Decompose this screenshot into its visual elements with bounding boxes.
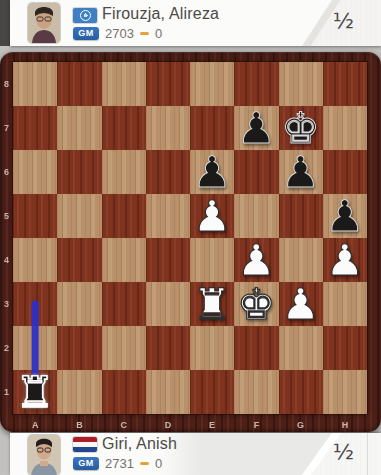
- file-label-D: D: [146, 418, 190, 432]
- rank-label-5: 5: [0, 194, 13, 238]
- piece-layer: ♜♚♟♟♟♟♚♜♟♟♟♟: [13, 62, 367, 414]
- piece-white-rook-e3[interactable]: ♜: [190, 282, 234, 326]
- player-name[interactable]: Firouzja, Alireza: [102, 5, 219, 23]
- piece-black-rook-a1[interactable]: ♜: [13, 370, 57, 414]
- file-label-H: H: [323, 418, 367, 432]
- top-player-bar[interactable]: Firouzja, Alireza GM 2703 0 ½: [10, 0, 381, 46]
- file-label-F: F: [234, 418, 278, 432]
- piece-white-pawn-g3[interactable]: ♟: [279, 282, 323, 326]
- game-score: ½: [333, 439, 354, 464]
- file-label-B: B: [57, 418, 101, 432]
- piece-white-king-f3[interactable]: ♚: [234, 282, 278, 326]
- rank-label-1: 1: [0, 370, 13, 414]
- file-label-E: E: [190, 418, 234, 432]
- file-label-A: A: [13, 418, 57, 432]
- rank-label-7: 7: [0, 106, 13, 150]
- rank-label-8: 8: [0, 62, 13, 106]
- rank-label-3: 3: [0, 282, 13, 326]
- piece-black-pawn-f7[interactable]: ♟: [234, 106, 278, 150]
- player-rating: 2703: [105, 26, 134, 41]
- piece-black-pawn-e6[interactable]: ♟: [190, 150, 234, 194]
- piece-black-king-g7[interactable]: ♚: [279, 106, 323, 150]
- side-panel-edge: [0, 0, 10, 46]
- rank-label-6: 6: [0, 150, 13, 194]
- title-badge: GM: [73, 457, 99, 470]
- game-score: ½: [333, 8, 354, 33]
- score-dash-icon: [140, 32, 149, 35]
- avatar: [28, 3, 60, 43]
- bottom-player-bar[interactable]: Giri, Anish GM 2731 0 ½: [10, 433, 381, 475]
- piece-white-pawn-f4[interactable]: ♟: [234, 238, 278, 282]
- title-badge: GM: [73, 27, 99, 40]
- rank-label-2: 2: [0, 326, 13, 370]
- player-name[interactable]: Giri, Anish: [102, 435, 177, 453]
- piece-white-pawn-h4[interactable]: ♟: [323, 238, 367, 282]
- file-label-C: C: [102, 418, 146, 432]
- avatar: [28, 435, 60, 475]
- netherlands-flag-icon: [73, 437, 97, 452]
- player-extra: 0: [155, 456, 162, 471]
- player-extra: 0: [155, 26, 162, 41]
- piece-black-pawn-g6[interactable]: ♟: [279, 150, 323, 194]
- board-play-area[interactable]: ♜♚♟♟♟♟♚♜♟♟♟♟: [13, 62, 367, 414]
- score-dash-icon: [140, 462, 149, 465]
- player-rating: 2731: [105, 456, 134, 471]
- chess-board: 87654321 ABCDEFGH ♜♚♟♟♟♟♚♜♟♟♟♟: [0, 52, 381, 432]
- rank-label-4: 4: [0, 238, 13, 282]
- file-label-G: G: [279, 418, 323, 432]
- piece-white-pawn-e5[interactable]: ♟: [190, 194, 234, 238]
- piece-black-pawn-h5[interactable]: ♟: [323, 194, 367, 238]
- fide-flag-icon: [73, 8, 97, 23]
